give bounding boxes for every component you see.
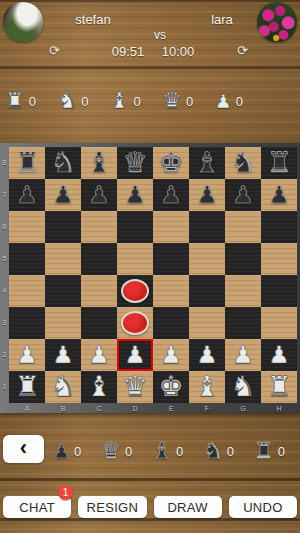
- captured-count: 0: [278, 444, 285, 459]
- square-f3[interactable]: [189, 307, 225, 339]
- back-button[interactable]: ‹: [3, 435, 44, 463]
- black-queen-icon: ♛: [101, 438, 121, 464]
- black-bishop: ♝: [86, 149, 111, 177]
- rank-labels: 87654321: [0, 147, 9, 403]
- white-bishop-icon: ♝: [110, 88, 130, 114]
- square-g6[interactable]: [225, 211, 261, 243]
- square-b3[interactable]: [45, 307, 81, 339]
- rank-label-3: 3: [0, 307, 9, 339]
- white-pawn: ♟: [52, 343, 74, 367]
- black-knight: ♞: [230, 149, 255, 177]
- chat-unread-badge: 1: [58, 485, 73, 500]
- white-rook: ♜: [266, 373, 291, 401]
- white-pawn: ♟: [88, 343, 110, 367]
- wood-plank-gap: [0, 66, 300, 70]
- square-f2[interactable]: ♟: [189, 339, 225, 371]
- captured-white-bishop: ♝0: [110, 88, 141, 114]
- board-grid: ♜♞♝♛♚♝♞♜♟♟♟♟♟♟♟♟♟♟♟♟♟♟♟♟♜♞♝♛♚♝♞♜: [9, 147, 297, 403]
- black-knight: ♞: [50, 149, 75, 177]
- square-g2[interactable]: ♟: [225, 339, 261, 371]
- white-queen-icon: ♛: [162, 88, 182, 114]
- square-b8[interactable]: ♞: [45, 147, 81, 179]
- square-h4[interactable]: [261, 275, 297, 307]
- black-pawn: ♟: [52, 183, 74, 207]
- captured-count: 0: [29, 94, 36, 109]
- app-screen: stefan vs lara ⟳ 09:51 10:00 ⟳ ♜0♞0♝0♛0♟…: [0, 0, 300, 533]
- square-a6[interactable]: [9, 211, 45, 243]
- square-c4[interactable]: [81, 275, 117, 307]
- vs-label: vs: [140, 28, 180, 42]
- square-e3[interactable]: [153, 307, 189, 339]
- wood-plank-gap: [0, 478, 300, 482]
- move-hint-dot-d3[interactable]: [121, 311, 149, 335]
- square-b5[interactable]: [45, 243, 81, 275]
- square-f7[interactable]: ♟: [189, 179, 225, 211]
- square-h8[interactable]: ♜: [261, 147, 297, 179]
- black-rook: ♜: [266, 149, 291, 177]
- square-a2[interactable]: ♟: [9, 339, 45, 371]
- square-h6[interactable]: [261, 211, 297, 243]
- white-player-name: stefan: [53, 12, 133, 27]
- white-sync-icon: ⟳: [49, 43, 60, 58]
- black-player-avatar: [257, 2, 297, 42]
- action-toolbar: CHAT RESIGN DRAW UNDO: [0, 496, 300, 518]
- draw-button[interactable]: DRAW: [154, 496, 222, 518]
- rank-label-6: 6: [0, 211, 9, 243]
- chat-button[interactable]: CHAT: [3, 496, 71, 518]
- square-f1[interactable]: ♝: [189, 371, 225, 403]
- black-pawn: ♟: [160, 183, 182, 207]
- square-a4[interactable]: [9, 275, 45, 307]
- black-bishop: ♝: [194, 149, 219, 177]
- square-h2[interactable]: ♟: [261, 339, 297, 371]
- file-label-d: D: [117, 404, 153, 413]
- square-e8[interactable]: ♚: [153, 147, 189, 179]
- square-g8[interactable]: ♞: [225, 147, 261, 179]
- square-g7[interactable]: ♟: [225, 179, 261, 211]
- square-h5[interactable]: [261, 243, 297, 275]
- white-pawn: ♟: [124, 343, 146, 367]
- captured-white-queen: ♛0: [162, 88, 193, 114]
- white-player-avatar: [3, 2, 43, 42]
- captured-count: 0: [236, 94, 243, 109]
- file-label-e: E: [153, 404, 189, 413]
- square-c6[interactable]: [81, 211, 117, 243]
- square-d7[interactable]: ♟: [117, 179, 153, 211]
- white-pawn-icon: ♟: [215, 88, 232, 114]
- resign-button[interactable]: RESIGN: [78, 496, 146, 518]
- square-f4[interactable]: [189, 275, 225, 307]
- white-pawn: ♟: [232, 343, 254, 367]
- captured-black-queen: ♛0: [101, 438, 132, 464]
- square-a3[interactable]: [9, 307, 45, 339]
- captured-white-knight: ♞0: [57, 88, 88, 114]
- square-b4[interactable]: [45, 275, 81, 307]
- rank-label-1: 1: [0, 371, 9, 403]
- square-a5[interactable]: [9, 243, 45, 275]
- black-pawn: ♟: [268, 183, 290, 207]
- square-c5[interactable]: [81, 243, 117, 275]
- black-pawn: ♟: [124, 183, 146, 207]
- white-queen: ♛: [122, 373, 147, 401]
- file-label-a: A: [9, 404, 45, 413]
- black-player-name: lara: [182, 12, 262, 27]
- square-h3[interactable]: [261, 307, 297, 339]
- black-king: ♚: [158, 149, 183, 177]
- white-bishop: ♝: [86, 373, 111, 401]
- white-knight-icon: ♞: [57, 88, 77, 114]
- square-c7[interactable]: ♟: [81, 179, 117, 211]
- captured-count: 0: [74, 444, 81, 459]
- square-b7[interactable]: ♟: [45, 179, 81, 211]
- square-d6[interactable]: [117, 211, 153, 243]
- undo-button[interactable]: UNDO: [229, 496, 297, 518]
- square-b6[interactable]: [45, 211, 81, 243]
- captured-black-bishop: ♝0: [152, 438, 183, 464]
- captured-count: 0: [134, 94, 141, 109]
- rank-label-4: 4: [0, 275, 9, 307]
- square-d2[interactable]: ♟: [117, 339, 153, 371]
- file-label-f: F: [189, 404, 225, 413]
- back-chevron-icon: ‹: [20, 435, 27, 461]
- captured-white-pawn: ♟0: [215, 88, 243, 114]
- white-pawn: ♟: [16, 343, 38, 367]
- square-c1[interactable]: ♝: [81, 371, 117, 403]
- square-f8[interactable]: ♝: [189, 147, 225, 179]
- captured-black-rook: ♜0: [254, 438, 285, 464]
- black-sync-icon: ⟳: [237, 43, 248, 58]
- white-pawn: ♟: [160, 343, 182, 367]
- square-b1[interactable]: ♞: [45, 371, 81, 403]
- square-e5[interactable]: [153, 243, 189, 275]
- square-b2[interactable]: ♟: [45, 339, 81, 371]
- square-f5[interactable]: [189, 243, 225, 275]
- captured-white-rook: ♜0: [5, 88, 36, 114]
- white-knight: ♞: [230, 373, 255, 401]
- square-g5[interactable]: [225, 243, 261, 275]
- black-rook: ♜: [14, 149, 39, 177]
- chess-board: 87654321 ♜♞♝♛♚♝♞♜♟♟♟♟♟♟♟♟♟♟♟♟♟♟♟♟♜♞♝♛♚♝♞…: [0, 143, 300, 413]
- wood-plank-gap: [0, 0, 300, 3]
- captured-black-pawn: ♟0: [53, 438, 81, 464]
- square-d5[interactable]: [117, 243, 153, 275]
- rank-label-7: 7: [0, 179, 9, 211]
- captured-white-tray: ♜0♞0♝0♛0♟0: [5, 87, 243, 115]
- square-a1[interactable]: ♜: [9, 371, 45, 403]
- white-king: ♚: [158, 373, 183, 401]
- black-bishop-icon: ♝: [152, 438, 172, 464]
- square-c2[interactable]: ♟: [81, 339, 117, 371]
- captured-count: 0: [81, 94, 88, 109]
- square-d1[interactable]: ♛: [117, 371, 153, 403]
- black-knight-icon: ♞: [203, 438, 223, 464]
- captured-count: 0: [176, 444, 183, 459]
- black-pawn: ♟: [88, 183, 110, 207]
- white-pawn: ♟: [196, 343, 218, 367]
- white-pawn: ♟: [268, 343, 290, 367]
- captured-black-knight: ♞0: [203, 438, 234, 464]
- file-label-b: B: [45, 404, 81, 413]
- square-e1[interactable]: ♚: [153, 371, 189, 403]
- square-e2[interactable]: ♟: [153, 339, 189, 371]
- square-h7[interactable]: ♟: [261, 179, 297, 211]
- black-rook-icon: ♜: [254, 438, 274, 464]
- white-bishop: ♝: [194, 373, 219, 401]
- white-clock: 09:51: [106, 44, 150, 59]
- square-f6[interactable]: [189, 211, 225, 243]
- captured-count: 0: [125, 444, 132, 459]
- square-c8[interactable]: ♝: [81, 147, 117, 179]
- square-d4[interactable]: [117, 275, 153, 307]
- file-labels: ABCDEFGH: [9, 404, 297, 413]
- rank-label-8: 8: [0, 147, 9, 179]
- black-pawn: ♟: [232, 183, 254, 207]
- square-e6[interactable]: [153, 211, 189, 243]
- captured-count: 0: [186, 94, 193, 109]
- black-pawn: ♟: [196, 183, 218, 207]
- white-rook: ♜: [14, 373, 39, 401]
- rank-label-2: 2: [0, 339, 9, 371]
- square-h1[interactable]: ♜: [261, 371, 297, 403]
- square-c3[interactable]: [81, 307, 117, 339]
- file-label-g: G: [225, 404, 261, 413]
- square-a7[interactable]: ♟: [9, 179, 45, 211]
- square-g1[interactable]: ♞: [225, 371, 261, 403]
- square-g4[interactable]: [225, 275, 261, 307]
- captured-black-tray: ♟0♛0♝0♞0♜0: [53, 437, 285, 465]
- square-e7[interactable]: ♟: [153, 179, 189, 211]
- wood-plank-gap: [0, 518, 300, 522]
- move-hint-dot-d4[interactable]: [121, 279, 149, 303]
- white-rook-icon: ♜: [5, 88, 25, 114]
- square-e4[interactable]: [153, 275, 189, 307]
- rank-label-5: 5: [0, 243, 9, 275]
- square-d3[interactable]: [117, 307, 153, 339]
- square-g3[interactable]: [225, 307, 261, 339]
- black-pawn-icon: ♟: [53, 438, 70, 464]
- file-label-c: C: [81, 404, 117, 413]
- file-label-h: H: [261, 404, 297, 413]
- black-queen: ♛: [122, 149, 147, 177]
- white-knight: ♞: [50, 373, 75, 401]
- square-d8[interactable]: ♛: [117, 147, 153, 179]
- black-pawn: ♟: [16, 183, 38, 207]
- black-clock: 10:00: [156, 44, 200, 59]
- captured-count: 0: [227, 444, 234, 459]
- square-a8[interactable]: ♜: [9, 147, 45, 179]
